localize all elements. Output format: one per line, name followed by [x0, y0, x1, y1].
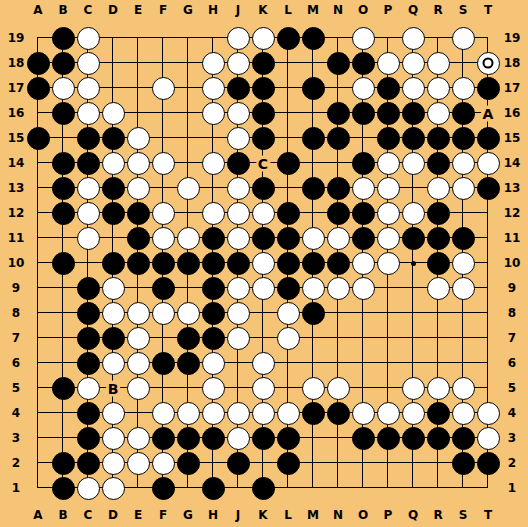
intersection-T19[interactable]	[476, 26, 501, 51]
intersection-S19[interactable]	[451, 26, 476, 51]
intersection-M9[interactable]	[301, 276, 326, 301]
intersection-P5[interactable]	[376, 376, 401, 401]
intersection-S2[interactable]	[451, 451, 476, 476]
intersection-G3[interactable]	[176, 426, 201, 451]
intersection-N18[interactable]	[326, 51, 351, 76]
intersection-S5[interactable]	[451, 376, 476, 401]
intersection-O2[interactable]	[351, 451, 376, 476]
intersection-J17[interactable]	[226, 76, 251, 101]
intersection-J14[interactable]	[226, 151, 251, 176]
intersection-C14[interactable]	[76, 151, 101, 176]
intersection-M1[interactable]	[301, 476, 326, 501]
intersection-N5[interactable]	[326, 376, 351, 401]
intersection-J5[interactable]	[226, 376, 251, 401]
intersection-P7[interactable]	[376, 326, 401, 351]
intersection-T5[interactable]	[476, 376, 501, 401]
intersection-M15[interactable]	[301, 126, 326, 151]
intersection-C7[interactable]	[76, 326, 101, 351]
intersection-T9[interactable]	[476, 276, 501, 301]
intersection-T2[interactable]	[476, 451, 501, 476]
intersection-D15[interactable]	[101, 126, 126, 151]
intersection-B11[interactable]	[51, 226, 76, 251]
intersection-G13[interactable]	[176, 176, 201, 201]
intersection-O16[interactable]	[351, 101, 376, 126]
intersection-S16[interactable]	[451, 101, 476, 126]
intersection-H18[interactable]	[201, 51, 226, 76]
intersection-T3[interactable]	[476, 426, 501, 451]
intersection-J18[interactable]	[226, 51, 251, 76]
intersection-Q19[interactable]	[401, 26, 426, 51]
intersection-T17[interactable]	[476, 76, 501, 101]
intersection-P1[interactable]	[376, 476, 401, 501]
intersection-D13[interactable]	[101, 176, 126, 201]
intersection-R17[interactable]	[426, 76, 451, 101]
intersection-B5[interactable]	[51, 376, 76, 401]
intersection-F3[interactable]	[151, 426, 176, 451]
intersection-S1[interactable]	[451, 476, 476, 501]
intersection-C16[interactable]	[76, 101, 101, 126]
intersection-F11[interactable]	[151, 226, 176, 251]
intersection-P9[interactable]	[376, 276, 401, 301]
intersection-P12[interactable]	[376, 201, 401, 226]
intersection-F10[interactable]	[151, 251, 176, 276]
intersection-E17[interactable]	[126, 76, 151, 101]
intersection-M5[interactable]	[301, 376, 326, 401]
intersection-P2[interactable]	[376, 451, 401, 476]
intersection-R7[interactable]	[426, 326, 451, 351]
intersection-R5[interactable]	[426, 376, 451, 401]
intersection-B10[interactable]	[51, 251, 76, 276]
intersection-G17[interactable]	[176, 76, 201, 101]
intersection-D3[interactable]	[101, 426, 126, 451]
intersection-R10[interactable]	[426, 251, 451, 276]
intersection-A7[interactable]	[26, 326, 51, 351]
intersection-F9[interactable]	[151, 276, 176, 301]
intersection-B3[interactable]	[51, 426, 76, 451]
intersection-G18[interactable]	[176, 51, 201, 76]
intersection-L11[interactable]	[276, 226, 301, 251]
intersection-H3[interactable]	[201, 426, 226, 451]
intersection-H6[interactable]	[201, 351, 226, 376]
intersection-A8[interactable]	[26, 301, 51, 326]
intersection-M3[interactable]	[301, 426, 326, 451]
intersection-T4[interactable]	[476, 401, 501, 426]
intersection-E1[interactable]	[126, 476, 151, 501]
intersection-R9[interactable]	[426, 276, 451, 301]
intersection-S4[interactable]	[451, 401, 476, 426]
intersection-A9[interactable]	[26, 276, 51, 301]
intersection-L7[interactable]	[276, 326, 301, 351]
intersection-J16[interactable]	[226, 101, 251, 126]
intersection-F18[interactable]	[151, 51, 176, 76]
intersection-P16[interactable]	[376, 101, 401, 126]
intersection-O11[interactable]	[351, 226, 376, 251]
intersection-N17[interactable]	[326, 76, 351, 101]
intersection-G14[interactable]	[176, 151, 201, 176]
intersection-M8[interactable]	[301, 301, 326, 326]
intersection-D11[interactable]	[101, 226, 126, 251]
intersection-A15[interactable]	[26, 126, 51, 151]
intersection-O9[interactable]	[351, 276, 376, 301]
intersection-Q15[interactable]	[401, 126, 426, 151]
intersection-F15[interactable]	[151, 126, 176, 151]
intersection-Q12[interactable]	[401, 201, 426, 226]
intersection-A10[interactable]	[26, 251, 51, 276]
intersection-R11[interactable]	[426, 226, 451, 251]
intersection-S13[interactable]	[451, 176, 476, 201]
intersection-J13[interactable]	[226, 176, 251, 201]
intersection-F4[interactable]	[151, 401, 176, 426]
intersection-K10[interactable]	[251, 251, 276, 276]
intersection-T1[interactable]	[476, 476, 501, 501]
intersection-A6[interactable]	[26, 351, 51, 376]
intersection-L12[interactable]	[276, 201, 301, 226]
intersection-E8[interactable]	[126, 301, 151, 326]
intersection-P6[interactable]	[376, 351, 401, 376]
intersection-H1[interactable]	[201, 476, 226, 501]
intersection-K12[interactable]	[251, 201, 276, 226]
intersection-Q14[interactable]	[401, 151, 426, 176]
intersection-R4[interactable]	[426, 401, 451, 426]
intersection-H13[interactable]	[201, 176, 226, 201]
intersection-T14[interactable]	[476, 151, 501, 176]
intersection-O12[interactable]	[351, 201, 376, 226]
intersection-Q18[interactable]	[401, 51, 426, 76]
intersection-T8[interactable]	[476, 301, 501, 326]
intersection-K15[interactable]	[251, 126, 276, 151]
intersection-G12[interactable]	[176, 201, 201, 226]
intersection-G5[interactable]	[176, 376, 201, 401]
intersection-R19[interactable]	[426, 26, 451, 51]
intersection-O14[interactable]	[351, 151, 376, 176]
intersection-C3[interactable]	[76, 426, 101, 451]
intersection-F7[interactable]	[151, 326, 176, 351]
intersection-P11[interactable]	[376, 226, 401, 251]
intersection-G8[interactable]	[176, 301, 201, 326]
intersection-N4[interactable]	[326, 401, 351, 426]
intersection-C19[interactable]	[76, 26, 101, 51]
intersection-L1[interactable]	[276, 476, 301, 501]
intersection-A16[interactable]	[26, 101, 51, 126]
intersection-D2[interactable]	[101, 451, 126, 476]
intersection-K1[interactable]	[251, 476, 276, 501]
intersection-O8[interactable]	[351, 301, 376, 326]
intersection-M4[interactable]	[301, 401, 326, 426]
intersection-M16[interactable]	[301, 101, 326, 126]
intersection-C8[interactable]	[76, 301, 101, 326]
intersection-O13[interactable]	[351, 176, 376, 201]
intersection-P19[interactable]	[376, 26, 401, 51]
intersection-B15[interactable]	[51, 126, 76, 151]
intersection-K3[interactable]	[251, 426, 276, 451]
intersection-R16[interactable]	[426, 101, 451, 126]
intersection-P13[interactable]	[376, 176, 401, 201]
intersection-L2[interactable]	[276, 451, 301, 476]
intersection-N7[interactable]	[326, 326, 351, 351]
intersection-Q17[interactable]	[401, 76, 426, 101]
intersection-A3[interactable]	[26, 426, 51, 451]
intersection-B4[interactable]	[51, 401, 76, 426]
intersection-R3[interactable]	[426, 426, 451, 451]
intersection-C10[interactable]	[76, 251, 101, 276]
intersection-C1[interactable]	[76, 476, 101, 501]
intersection-C17[interactable]	[76, 76, 101, 101]
intersection-T6[interactable]	[476, 351, 501, 376]
intersection-F13[interactable]	[151, 176, 176, 201]
intersection-M11[interactable]	[301, 226, 326, 251]
intersection-A14[interactable]	[26, 151, 51, 176]
intersection-H2[interactable]	[201, 451, 226, 476]
intersection-P8[interactable]	[376, 301, 401, 326]
intersection-D4[interactable]	[101, 401, 126, 426]
intersection-S6[interactable]	[451, 351, 476, 376]
intersection-O1[interactable]	[351, 476, 376, 501]
intersection-R8[interactable]	[426, 301, 451, 326]
intersection-F19[interactable]	[151, 26, 176, 51]
intersection-B17[interactable]	[51, 76, 76, 101]
intersection-B12[interactable]	[51, 201, 76, 226]
intersection-K7[interactable]	[251, 326, 276, 351]
intersection-C9[interactable]	[76, 276, 101, 301]
intersection-F12[interactable]	[151, 201, 176, 226]
intersection-D18[interactable]	[101, 51, 126, 76]
intersection-O7[interactable]	[351, 326, 376, 351]
intersection-E4[interactable]	[126, 401, 151, 426]
intersection-D17[interactable]	[101, 76, 126, 101]
intersection-Q6[interactable]	[401, 351, 426, 376]
intersection-S18[interactable]	[451, 51, 476, 76]
intersection-A13[interactable]	[26, 176, 51, 201]
intersection-A18[interactable]	[26, 51, 51, 76]
intersection-H17[interactable]	[201, 76, 226, 101]
intersection-E13[interactable]	[126, 176, 151, 201]
intersection-E3[interactable]	[126, 426, 151, 451]
intersection-F6[interactable]	[151, 351, 176, 376]
intersection-L10[interactable]	[276, 251, 301, 276]
intersection-E11[interactable]	[126, 226, 151, 251]
intersection-K17[interactable]	[251, 76, 276, 101]
intersection-Q16[interactable]	[401, 101, 426, 126]
intersection-O15[interactable]	[351, 126, 376, 151]
intersection-G2[interactable]	[176, 451, 201, 476]
intersection-T13[interactable]	[476, 176, 501, 201]
intersection-R6[interactable]	[426, 351, 451, 376]
intersection-M18[interactable]	[301, 51, 326, 76]
intersection-S17[interactable]	[451, 76, 476, 101]
intersection-R18[interactable]	[426, 51, 451, 76]
intersection-C15[interactable]	[76, 126, 101, 151]
intersection-M14[interactable]	[301, 151, 326, 176]
intersection-F16[interactable]	[151, 101, 176, 126]
intersection-D14[interactable]	[101, 151, 126, 176]
intersection-E14[interactable]	[126, 151, 151, 176]
intersection-N1[interactable]	[326, 476, 351, 501]
intersection-N19[interactable]	[326, 26, 351, 51]
intersection-M6[interactable]	[301, 351, 326, 376]
intersection-H4[interactable]	[201, 401, 226, 426]
intersection-N16[interactable]	[326, 101, 351, 126]
intersection-N9[interactable]	[326, 276, 351, 301]
intersection-F2[interactable]	[151, 451, 176, 476]
intersection-L3[interactable]	[276, 426, 301, 451]
intersection-J1[interactable]	[226, 476, 251, 501]
intersection-G1[interactable]	[176, 476, 201, 501]
intersection-K4[interactable]	[251, 401, 276, 426]
intersection-S10[interactable]	[451, 251, 476, 276]
intersection-P14[interactable]	[376, 151, 401, 176]
intersection-Q5[interactable]	[401, 376, 426, 401]
intersection-D9[interactable]	[101, 276, 126, 301]
intersection-G9[interactable]	[176, 276, 201, 301]
intersection-E5[interactable]	[126, 376, 151, 401]
intersection-J8[interactable]	[226, 301, 251, 326]
intersection-N13[interactable]	[326, 176, 351, 201]
intersection-B14[interactable]	[51, 151, 76, 176]
intersection-E6[interactable]	[126, 351, 151, 376]
intersection-H7[interactable]	[201, 326, 226, 351]
intersection-H5[interactable]	[201, 376, 226, 401]
intersection-A2[interactable]	[26, 451, 51, 476]
intersection-L18[interactable]	[276, 51, 301, 76]
intersection-L8[interactable]	[276, 301, 301, 326]
intersection-K5[interactable]	[251, 376, 276, 401]
intersection-E12[interactable]	[126, 201, 151, 226]
intersection-S9[interactable]	[451, 276, 476, 301]
intersection-M2[interactable]	[301, 451, 326, 476]
intersection-E15[interactable]	[126, 126, 151, 151]
intersection-J9[interactable]	[226, 276, 251, 301]
intersection-P3[interactable]	[376, 426, 401, 451]
intersection-T12[interactable]	[476, 201, 501, 226]
intersection-S11[interactable]	[451, 226, 476, 251]
intersection-Q3[interactable]	[401, 426, 426, 451]
intersection-L19[interactable]	[276, 26, 301, 51]
intersection-J4[interactable]	[226, 401, 251, 426]
intersection-K14[interactable]: C	[251, 151, 276, 176]
intersection-N6[interactable]	[326, 351, 351, 376]
intersection-G4[interactable]	[176, 401, 201, 426]
intersection-Q4[interactable]	[401, 401, 426, 426]
intersection-N2[interactable]	[326, 451, 351, 476]
intersection-F5[interactable]	[151, 376, 176, 401]
intersection-O4[interactable]	[351, 401, 376, 426]
intersection-D5[interactable]: B	[101, 376, 126, 401]
intersection-L9[interactable]	[276, 276, 301, 301]
intersection-N11[interactable]	[326, 226, 351, 251]
intersection-Q13[interactable]	[401, 176, 426, 201]
intersection-T7[interactable]	[476, 326, 501, 351]
intersection-H10[interactable]	[201, 251, 226, 276]
intersection-N15[interactable]	[326, 126, 351, 151]
intersection-F17[interactable]	[151, 76, 176, 101]
intersection-O18[interactable]	[351, 51, 376, 76]
intersection-L15[interactable]	[276, 126, 301, 151]
intersection-H9[interactable]	[201, 276, 226, 301]
intersection-C18[interactable]	[76, 51, 101, 76]
intersection-Q2[interactable]	[401, 451, 426, 476]
intersection-E18[interactable]	[126, 51, 151, 76]
intersection-R14[interactable]	[426, 151, 451, 176]
intersection-P15[interactable]	[376, 126, 401, 151]
intersection-J12[interactable]	[226, 201, 251, 226]
intersection-R12[interactable]	[426, 201, 451, 226]
intersection-H8[interactable]	[201, 301, 226, 326]
intersection-J19[interactable]	[226, 26, 251, 51]
intersection-H15[interactable]	[201, 126, 226, 151]
intersection-M7[interactable]	[301, 326, 326, 351]
intersection-E10[interactable]	[126, 251, 151, 276]
intersection-S3[interactable]	[451, 426, 476, 451]
intersection-L5[interactable]	[276, 376, 301, 401]
intersection-B2[interactable]	[51, 451, 76, 476]
intersection-A5[interactable]	[26, 376, 51, 401]
intersection-J11[interactable]	[226, 226, 251, 251]
intersection-O3[interactable]	[351, 426, 376, 451]
intersection-S7[interactable]	[451, 326, 476, 351]
intersection-F1[interactable]	[151, 476, 176, 501]
intersection-T18[interactable]	[476, 51, 501, 76]
intersection-O6[interactable]	[351, 351, 376, 376]
intersection-T16[interactable]: A	[476, 101, 501, 126]
intersection-M10[interactable]	[301, 251, 326, 276]
intersection-A4[interactable]	[26, 401, 51, 426]
intersection-K6[interactable]	[251, 351, 276, 376]
intersection-D6[interactable]	[101, 351, 126, 376]
intersection-E16[interactable]	[126, 101, 151, 126]
intersection-P17[interactable]	[376, 76, 401, 101]
intersection-L16[interactable]	[276, 101, 301, 126]
intersection-Q11[interactable]	[401, 226, 426, 251]
intersection-O10[interactable]	[351, 251, 376, 276]
intersection-D10[interactable]	[101, 251, 126, 276]
intersection-N14[interactable]	[326, 151, 351, 176]
intersection-J6[interactable]	[226, 351, 251, 376]
intersection-Q8[interactable]	[401, 301, 426, 326]
intersection-K13[interactable]	[251, 176, 276, 201]
intersection-J10[interactable]	[226, 251, 251, 276]
intersection-E9[interactable]	[126, 276, 151, 301]
intersection-K19[interactable]	[251, 26, 276, 51]
intersection-G6[interactable]	[176, 351, 201, 376]
intersection-T10[interactable]	[476, 251, 501, 276]
intersection-Q7[interactable]	[401, 326, 426, 351]
intersection-D8[interactable]	[101, 301, 126, 326]
intersection-L4[interactable]	[276, 401, 301, 426]
intersection-J3[interactable]	[226, 426, 251, 451]
intersection-M13[interactable]	[301, 176, 326, 201]
intersection-C11[interactable]	[76, 226, 101, 251]
intersection-J7[interactable]	[226, 326, 251, 351]
intersection-B13[interactable]	[51, 176, 76, 201]
intersection-C12[interactable]	[76, 201, 101, 226]
intersection-A1[interactable]	[26, 476, 51, 501]
intersection-R15[interactable]	[426, 126, 451, 151]
intersection-B19[interactable]	[51, 26, 76, 51]
intersection-K18[interactable]	[251, 51, 276, 76]
intersection-H12[interactable]	[201, 201, 226, 226]
intersection-B16[interactable]	[51, 101, 76, 126]
intersection-N12[interactable]	[326, 201, 351, 226]
intersection-B1[interactable]	[51, 476, 76, 501]
intersection-Q10[interactable]	[401, 251, 426, 276]
intersection-S14[interactable]	[451, 151, 476, 176]
intersection-G11[interactable]	[176, 226, 201, 251]
intersection-D19[interactable]	[101, 26, 126, 51]
intersection-H14[interactable]	[201, 151, 226, 176]
intersection-C4[interactable]	[76, 401, 101, 426]
intersection-O19[interactable]	[351, 26, 376, 51]
intersection-J15[interactable]	[226, 126, 251, 151]
